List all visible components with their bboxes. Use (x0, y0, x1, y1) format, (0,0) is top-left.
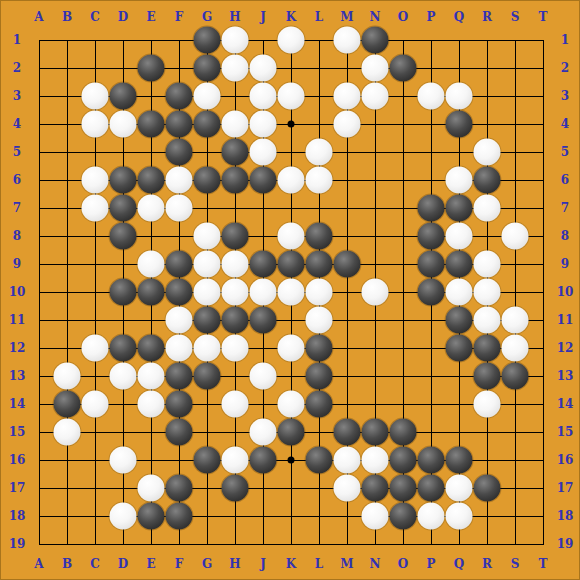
white-stone-H12 (222, 335, 249, 362)
grid-vertical-line (543, 40, 544, 545)
white-stone-F6 (166, 167, 193, 194)
black-stone-G11 (194, 307, 221, 334)
black-stone-L13 (306, 363, 333, 390)
white-stone-H10 (222, 279, 249, 306)
white-stone-S11 (502, 307, 529, 334)
black-stone-O17 (390, 475, 417, 502)
column-label-top: N (370, 11, 381, 23)
white-stone-C3 (82, 83, 109, 110)
white-stone-H14 (222, 391, 249, 418)
black-stone-M9 (334, 251, 361, 278)
black-stone-G16 (194, 447, 221, 474)
black-stone-Q16 (446, 447, 473, 474)
black-stone-R12 (474, 335, 501, 362)
row-label-right: 3 (561, 90, 569, 102)
star-point (288, 121, 295, 128)
grid-horizontal-line (39, 544, 544, 545)
row-label-left: 10 (9, 286, 26, 298)
white-stone-C14 (82, 391, 109, 418)
column-label-top: S (511, 11, 520, 23)
row-label-right: 4 (561, 118, 569, 130)
column-label-bottom: T (539, 558, 548, 570)
column-label-top: J (260, 11, 266, 23)
row-label-left: 1 (13, 34, 21, 46)
row-label-right: 15 (557, 426, 574, 438)
column-label-bottom: E (146, 558, 155, 570)
star-point (288, 457, 295, 464)
black-stone-M15 (334, 419, 361, 446)
black-stone-G6 (194, 167, 221, 194)
black-stone-P16 (418, 447, 445, 474)
column-label-bottom: D (118, 558, 128, 570)
white-stone-Q8 (446, 223, 473, 250)
black-stone-F18 (166, 503, 193, 530)
white-stone-D13 (110, 363, 137, 390)
row-label-right: 8 (561, 230, 569, 242)
black-stone-E10 (138, 279, 165, 306)
white-stone-J15 (250, 419, 277, 446)
white-stone-L11 (306, 307, 333, 334)
column-label-top: Q (454, 11, 464, 23)
black-stone-Q4 (446, 111, 473, 138)
column-label-bottom: J (260, 558, 266, 570)
white-stone-N3 (362, 83, 389, 110)
white-stone-K1 (278, 27, 305, 54)
column-label-top: E (146, 11, 155, 23)
column-label-top: M (340, 11, 353, 23)
black-stone-P17 (418, 475, 445, 502)
row-label-left: 4 (13, 118, 21, 130)
black-stone-R17 (474, 475, 501, 502)
row-label-right: 1 (561, 34, 569, 46)
black-stone-J16 (250, 447, 277, 474)
white-stone-C4 (82, 111, 109, 138)
black-stone-F3 (166, 83, 193, 110)
white-stone-F12 (166, 335, 193, 362)
white-stone-L6 (306, 167, 333, 194)
black-stone-G4 (194, 111, 221, 138)
column-label-top: O (398, 11, 408, 23)
black-stone-H6 (222, 167, 249, 194)
black-stone-J11 (250, 307, 277, 334)
white-stone-H4 (222, 111, 249, 138)
column-label-top: D (118, 11, 128, 23)
row-label-left: 2 (13, 62, 21, 74)
column-label-top: H (229, 11, 240, 23)
white-stone-K6 (278, 167, 305, 194)
black-stone-N15 (362, 419, 389, 446)
white-stone-K14 (278, 391, 305, 418)
white-stone-J5 (250, 139, 277, 166)
white-stone-H16 (222, 447, 249, 474)
column-label-bottom: P (426, 558, 435, 570)
black-stone-F14 (166, 391, 193, 418)
row-label-right: 9 (561, 258, 569, 270)
column-label-top: R (482, 11, 492, 23)
white-stone-E14 (138, 391, 165, 418)
column-label-top: L (315, 11, 323, 23)
row-label-left: 5 (13, 146, 21, 158)
white-stone-B15 (54, 419, 81, 446)
white-stone-E7 (138, 195, 165, 222)
white-stone-G9 (194, 251, 221, 278)
column-label-top: F (175, 11, 184, 23)
black-stone-N17 (362, 475, 389, 502)
row-label-left: 14 (9, 398, 26, 410)
white-stone-G8 (194, 223, 221, 250)
column-label-top: T (539, 11, 548, 23)
row-label-left: 15 (9, 426, 26, 438)
white-stone-Q18 (446, 503, 473, 530)
row-label-right: 17 (557, 482, 574, 494)
black-stone-K15 (278, 419, 305, 446)
row-label-left: 18 (9, 510, 26, 522)
column-label-top: B (62, 11, 72, 23)
white-stone-G12 (194, 335, 221, 362)
white-stone-B13 (54, 363, 81, 390)
white-stone-C6 (82, 167, 109, 194)
black-stone-P10 (418, 279, 445, 306)
white-stone-C12 (82, 335, 109, 362)
row-label-left: 19 (9, 538, 26, 550)
black-stone-O15 (390, 419, 417, 446)
white-stone-H1 (222, 27, 249, 54)
white-stone-R9 (474, 251, 501, 278)
white-stone-C7 (82, 195, 109, 222)
row-label-right: 14 (557, 398, 574, 410)
column-label-top: A (34, 11, 43, 23)
black-stone-H5 (222, 139, 249, 166)
black-stone-D10 (110, 279, 137, 306)
white-stone-N18 (362, 503, 389, 530)
black-stone-Q7 (446, 195, 473, 222)
row-label-left: 9 (13, 258, 21, 270)
white-stone-K12 (278, 335, 305, 362)
black-stone-P8 (418, 223, 445, 250)
column-label-bottom: M (340, 558, 353, 570)
white-stone-N2 (362, 55, 389, 82)
column-label-bottom: H (229, 558, 240, 570)
white-stone-M3 (334, 83, 361, 110)
white-stone-M17 (334, 475, 361, 502)
white-stone-L5 (306, 139, 333, 166)
black-stone-D7 (110, 195, 137, 222)
black-stone-E2 (138, 55, 165, 82)
white-stone-H2 (222, 55, 249, 82)
white-stone-D4 (110, 111, 137, 138)
white-stone-H9 (222, 251, 249, 278)
black-stone-F10 (166, 279, 193, 306)
row-label-right: 13 (557, 370, 574, 382)
white-stone-M1 (334, 27, 361, 54)
black-stone-N1 (362, 27, 389, 54)
white-stone-M16 (334, 447, 361, 474)
black-stone-S13 (502, 363, 529, 390)
white-stone-E13 (138, 363, 165, 390)
white-stone-J4 (250, 111, 277, 138)
black-stone-O2 (390, 55, 417, 82)
black-stone-Q9 (446, 251, 473, 278)
white-stone-J13 (250, 363, 277, 390)
white-stone-S12 (502, 335, 529, 362)
black-stone-D3 (110, 83, 137, 110)
black-stone-O18 (390, 503, 417, 530)
row-label-left: 16 (9, 454, 26, 466)
black-stone-P7 (418, 195, 445, 222)
white-stone-G10 (194, 279, 221, 306)
black-stone-R13 (474, 363, 501, 390)
black-stone-G2 (194, 55, 221, 82)
column-label-bottom: B (62, 558, 72, 570)
black-stone-G13 (194, 363, 221, 390)
column-label-bottom: S (511, 558, 520, 570)
row-label-right: 19 (557, 538, 574, 550)
white-stone-L10 (306, 279, 333, 306)
column-label-top: K (286, 11, 296, 23)
black-stone-Q12 (446, 335, 473, 362)
white-stone-M4 (334, 111, 361, 138)
white-stone-R14 (474, 391, 501, 418)
black-stone-L9 (306, 251, 333, 278)
white-stone-J10 (250, 279, 277, 306)
white-stone-Q17 (446, 475, 473, 502)
white-stone-D16 (110, 447, 137, 474)
row-label-right: 11 (557, 314, 574, 326)
column-label-top: P (426, 11, 435, 23)
white-stone-N16 (362, 447, 389, 474)
column-label-top: C (90, 11, 100, 23)
black-stone-F13 (166, 363, 193, 390)
black-stone-F5 (166, 139, 193, 166)
column-label-bottom: F (175, 558, 184, 570)
white-stone-J3 (250, 83, 277, 110)
black-stone-D6 (110, 167, 137, 194)
column-label-bottom: G (202, 558, 212, 570)
grid-vertical-line (515, 40, 516, 545)
white-stone-E17 (138, 475, 165, 502)
row-label-left: 17 (9, 482, 26, 494)
black-stone-O16 (390, 447, 417, 474)
black-stone-H17 (222, 475, 249, 502)
row-label-left: 6 (13, 174, 21, 186)
black-stone-L14 (306, 391, 333, 418)
column-label-top: G (202, 11, 212, 23)
white-stone-R10 (474, 279, 501, 306)
column-label-bottom: K (286, 558, 296, 570)
row-label-left: 7 (13, 202, 21, 214)
white-stone-Q10 (446, 279, 473, 306)
black-stone-G1 (194, 27, 221, 54)
column-label-bottom: A (34, 558, 43, 570)
white-stone-R11 (474, 307, 501, 334)
black-stone-K9 (278, 251, 305, 278)
black-stone-L16 (306, 447, 333, 474)
white-stone-P18 (418, 503, 445, 530)
black-stone-F17 (166, 475, 193, 502)
white-stone-R5 (474, 139, 501, 166)
row-label-right: 7 (561, 202, 569, 214)
white-stone-F11 (166, 307, 193, 334)
white-stone-S8 (502, 223, 529, 250)
white-stone-K3 (278, 83, 305, 110)
row-label-left: 11 (9, 314, 26, 326)
white-stone-Q6 (446, 167, 473, 194)
black-stone-R6 (474, 167, 501, 194)
row-label-left: 13 (9, 370, 26, 382)
column-label-bottom: O (398, 558, 408, 570)
black-stone-D8 (110, 223, 137, 250)
black-stone-H11 (222, 307, 249, 334)
black-stone-J9 (250, 251, 277, 278)
column-label-bottom: N (370, 558, 381, 570)
row-label-right: 18 (557, 510, 574, 522)
column-label-bottom: C (90, 558, 100, 570)
row-label-right: 10 (557, 286, 574, 298)
row-label-right: 5 (561, 146, 569, 158)
column-label-bottom: L (315, 558, 323, 570)
black-stone-F15 (166, 419, 193, 446)
white-stone-J2 (250, 55, 277, 82)
black-stone-D12 (110, 335, 137, 362)
go-board[interactable]: AA11BB22CC33DD44EE55FF66GG77HH88JJ99KK10… (0, 0, 580, 580)
white-stone-P3 (418, 83, 445, 110)
row-label-right: 16 (557, 454, 574, 466)
row-label-right: 2 (561, 62, 569, 74)
row-label-left: 3 (13, 90, 21, 102)
white-stone-K10 (278, 279, 305, 306)
white-stone-G3 (194, 83, 221, 110)
column-label-bottom: R (482, 558, 492, 570)
black-stone-J6 (250, 167, 277, 194)
black-stone-F4 (166, 111, 193, 138)
black-stone-E12 (138, 335, 165, 362)
black-stone-P9 (418, 251, 445, 278)
black-stone-E6 (138, 167, 165, 194)
black-stone-B14 (54, 391, 81, 418)
white-stone-N10 (362, 279, 389, 306)
row-label-left: 8 (13, 230, 21, 242)
black-stone-H8 (222, 223, 249, 250)
column-label-bottom: Q (454, 558, 464, 570)
white-stone-R7 (474, 195, 501, 222)
white-stone-K8 (278, 223, 305, 250)
black-stone-F9 (166, 251, 193, 278)
white-stone-D18 (110, 503, 137, 530)
white-stone-Q3 (446, 83, 473, 110)
row-label-left: 12 (9, 342, 26, 354)
black-stone-E4 (138, 111, 165, 138)
black-stone-Q11 (446, 307, 473, 334)
row-label-right: 6 (561, 174, 569, 186)
white-stone-F7 (166, 195, 193, 222)
white-stone-E9 (138, 251, 165, 278)
black-stone-L12 (306, 335, 333, 362)
black-stone-E18 (138, 503, 165, 530)
row-label-right: 12 (557, 342, 574, 354)
black-stone-L8 (306, 223, 333, 250)
